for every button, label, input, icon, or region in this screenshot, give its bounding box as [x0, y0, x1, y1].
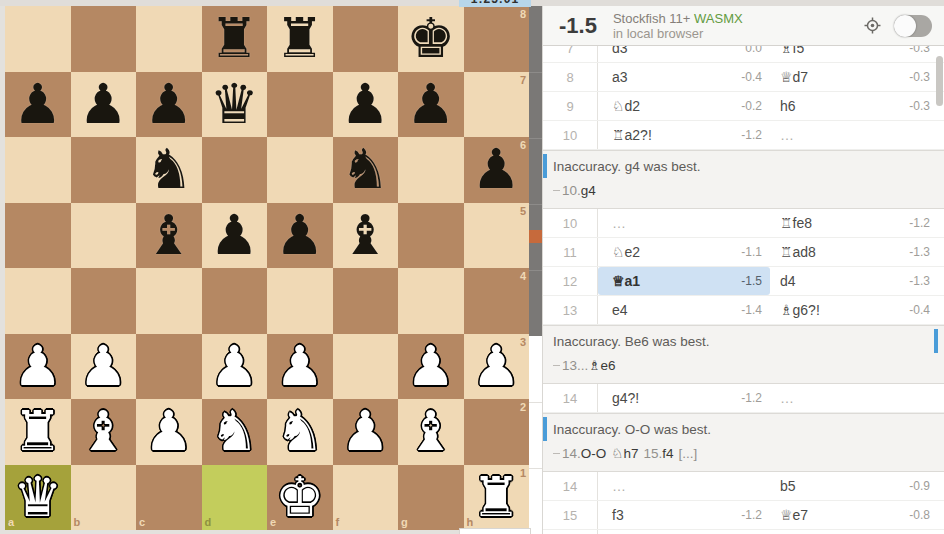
eval-gauge: [529, 6, 542, 534]
black-pawn[interactable]: ♟: [464, 137, 530, 203]
square-d3[interactable]: ♟: [202, 334, 268, 400]
gauge-tick: [529, 468, 542, 469]
square-b7[interactable]: ♟: [71, 72, 137, 138]
comment-accent-bar: [543, 154, 547, 178]
black-move-cell[interactable]: …: [770, 121, 944, 149]
move-row: 9♘d2-0.2h6-0.3: [543, 92, 944, 121]
black-pawn[interactable]: ♟: [202, 203, 268, 269]
square-d5[interactable]: ♟: [202, 203, 268, 269]
variation-move[interactable]: O-O: [581, 446, 607, 461]
square-h5[interactable]: 5: [464, 203, 530, 269]
file-label: b: [74, 517, 81, 528]
white-move-cell[interactable]: …: [598, 209, 770, 237]
variation-number: 13...: [562, 358, 588, 373]
engine-info: Stockfish 11+ WASMX in local browser: [613, 11, 864, 41]
black-move[interactable]: ♗g6?!: [780, 302, 903, 318]
comment-accent-bar: [934, 329, 938, 353]
move-row: 11♘e2-1.1♖ad8-1.3: [543, 238, 944, 267]
white-clock: [459, 528, 531, 534]
white-knight[interactable]: ♞: [202, 399, 268, 465]
black-move-cell[interactable]: ♗f5-0.3: [770, 46, 944, 62]
square-h3[interactable]: 3♟: [464, 334, 530, 400]
black-clock: 1:25:01: [459, 0, 531, 7]
white-move[interactable]: a3: [612, 69, 735, 85]
black-move-cell[interactable]: ♗g6?!-0.4: [770, 296, 944, 324]
black-move[interactable]: ♖ad8: [780, 244, 903, 260]
variation-line[interactable]: 13...♗e6: [553, 356, 934, 376]
move-number: 10: [543, 121, 598, 149]
black-pawn[interactable]: ♟: [398, 72, 464, 138]
eval-value: -1.3: [909, 245, 930, 259]
black-move-cell[interactable]: h6-0.3: [770, 92, 944, 120]
black-move-cell[interactable]: ♘h7-1.2: [770, 530, 944, 534]
eval-gauge-black-part: [529, 6, 542, 336]
square-g5[interactable]: [398, 203, 464, 269]
engine-bar: -1.5 Stockfish 11+ WASMX in local browse…: [543, 6, 944, 46]
white-pawn[interactable]: ♟: [333, 399, 399, 465]
eval-value: -0.2: [741, 99, 762, 113]
move-row: 14…b5-0.9: [543, 472, 944, 501]
move-number: 16: [543, 530, 598, 534]
square-g3[interactable]: ♟: [398, 334, 464, 400]
white-rook[interactable]: ♜: [5, 399, 71, 465]
black-move[interactable]: ♕d7: [780, 69, 903, 85]
square-g8[interactable]: ♚: [398, 6, 464, 72]
move-number: 8: [543, 63, 598, 91]
square-g7[interactable]: ♟: [398, 72, 464, 138]
black-king[interactable]: ♚: [398, 6, 464, 72]
move-row: 7d30.0♗f5-0.3: [543, 46, 944, 63]
black-move[interactable]: h6: [780, 98, 903, 114]
engine-name: Stockfish 11+: [613, 11, 690, 26]
move-row: 13e4-1.4♗g6?!-0.4: [543, 296, 944, 325]
black-clock-time: 1:25:01: [459, 0, 531, 6]
move-number: 14: [543, 472, 598, 500]
rank-label: 5: [520, 206, 526, 217]
scrollbar-thumb[interactable]: [936, 56, 943, 106]
white-move-cell[interactable]: …: [598, 472, 770, 500]
white-move-cell[interactable]: ♖a2?!-1.2: [598, 121, 770, 149]
black-bishop[interactable]: ♝: [333, 203, 399, 269]
square-b5[interactable]: [71, 203, 137, 269]
square-h2[interactable]: 2: [464, 399, 530, 465]
square-h6[interactable]: 6♟: [464, 137, 530, 203]
file-label: c: [139, 517, 145, 528]
file-label: g: [401, 517, 408, 528]
square-c8[interactable]: [136, 6, 202, 72]
square-c7[interactable]: ♟: [136, 72, 202, 138]
square-f1[interactable]: f: [333, 465, 399, 531]
square-b8[interactable]: [71, 6, 137, 72]
black-move-cell[interactable]: ♕e7-0.8: [770, 501, 944, 529]
square-f8[interactable]: [333, 6, 399, 72]
black-move-cell[interactable]: d4-1.3: [770, 267, 944, 295]
move-row: 8a3-0.4♕d7-0.3: [543, 63, 944, 92]
move-number: 15: [543, 501, 598, 529]
tree-dash: [553, 190, 560, 191]
comment-text: Inaccuracy. O-O was best.: [553, 420, 934, 440]
square-c1[interactable]: c: [136, 465, 202, 531]
eval-value: -1.2: [909, 216, 930, 230]
square-e3[interactable]: ♟: [267, 334, 333, 400]
white-king[interactable]: ♚: [267, 465, 333, 531]
square-g2[interactable]: ♝: [398, 399, 464, 465]
square-c5[interactable]: ♝: [136, 203, 202, 269]
square-c2[interactable]: ♟: [136, 399, 202, 465]
eval-value: -0.3: [909, 46, 930, 55]
square-e5[interactable]: ♟: [267, 203, 333, 269]
inaccuracy-comment: Inaccuracy. Be6 was best.13...♗e6: [543, 325, 944, 384]
gauge-tick: [529, 402, 542, 403]
gauge-tick: [529, 72, 542, 73]
white-move[interactable]: g4?!: [612, 390, 735, 406]
square-b2[interactable]: ♝: [71, 399, 137, 465]
white-move[interactable]: ♘e2: [612, 244, 735, 260]
eval-value: -1.2: [741, 391, 762, 405]
white-move[interactable]: e4: [612, 302, 735, 318]
black-move[interactable]: ♕e7: [780, 507, 903, 523]
comment-text: Inaccuracy. g4 was best.: [553, 157, 934, 177]
engine-toggle-knob[interactable]: [894, 15, 916, 37]
black-pawn[interactable]: ♟: [333, 72, 399, 138]
black-move[interactable]: …: [780, 127, 930, 143]
variation-move[interactable]: f4: [662, 446, 673, 461]
move-row: 12♕a1-1.5d4-1.3: [543, 267, 944, 296]
black-move[interactable]: d4: [780, 273, 903, 289]
white-move-cell[interactable]: e4-1.4: [598, 296, 770, 324]
square-g6[interactable]: [398, 137, 464, 203]
black-pawn[interactable]: ♟: [5, 72, 71, 138]
square-f5[interactable]: ♝: [333, 203, 399, 269]
white-move[interactable]: ♖a2?!: [612, 127, 735, 143]
white-move-cell[interactable]: ♘e2-1.1: [598, 238, 770, 266]
eval-value: -0.8: [909, 508, 930, 522]
square-a5[interactable]: [5, 203, 71, 269]
analysis-screen: 1:25:01 ♜♜♚8♟♟♟♛♟♟7♞♞6♟♝♟♟♝54♟♟♟♟♟3♟♜♝♟♞…: [0, 0, 944, 534]
square-b4[interactable]: [71, 268, 137, 334]
square-c6[interactable]: ♞: [136, 137, 202, 203]
variation-line[interactable]: 10.g4: [553, 181, 934, 201]
black-pawn[interactable]: ♟: [71, 72, 137, 138]
eval-value: -0.3: [909, 99, 930, 113]
chess-board[interactable]: ♜♜♚8♟♟♟♛♟♟7♞♞6♟♝♟♟♝54♟♟♟♟♟3♟♜♝♟♞♞♟♝2a♛bc…: [5, 6, 529, 530]
move-number: 7: [543, 46, 598, 62]
white-pawn[interactable]: ♟: [71, 334, 137, 400]
square-d6[interactable]: [202, 137, 268, 203]
variation-move[interactable]: ♘h7: [611, 446, 638, 461]
white-pawn[interactable]: ♟: [464, 334, 530, 400]
black-move[interactable]: b5: [780, 478, 903, 494]
variation-move[interactable]: ♗e6: [588, 358, 615, 373]
variation-number: [...]: [678, 446, 697, 461]
black-move-cell[interactable]: ♖ad8-1.3: [770, 238, 944, 266]
white-move[interactable]: ♘d2: [612, 98, 735, 114]
square-g1[interactable]: g: [398, 465, 464, 531]
white-bishop[interactable]: ♝: [398, 399, 464, 465]
black-pawn[interactable]: ♟: [136, 72, 202, 138]
square-b1[interactable]: b: [71, 465, 137, 531]
white-rook[interactable]: ♜: [464, 465, 530, 531]
variation-move[interactable]: g4: [581, 183, 596, 198]
eval-value: -1.4: [741, 303, 762, 317]
move-row: 14g4?!-1.2…: [543, 384, 944, 413]
move-row: 16♘g3-1.2♘h7-1.2: [543, 530, 944, 534]
square-e8[interactable]: ♜: [267, 6, 333, 72]
rank-label: 4: [520, 271, 526, 282]
white-move-cell[interactable]: g4?!-1.2: [598, 384, 770, 412]
eval-value: -1.2: [741, 128, 762, 142]
black-bishop[interactable]: ♝: [136, 203, 202, 269]
square-c4[interactable]: [136, 268, 202, 334]
black-move[interactable]: …: [780, 390, 930, 406]
white-move-cell[interactable]: a3-0.4: [598, 63, 770, 91]
eval-value: 0.0: [745, 46, 762, 55]
square-c3[interactable]: [136, 334, 202, 400]
white-move-cell[interactable]: ♘d2-0.2: [598, 92, 770, 120]
eval-value: -0.4: [909, 303, 930, 317]
white-move[interactable]: ♕a1: [612, 273, 735, 289]
eval-value: -1.3: [909, 274, 930, 288]
white-move[interactable]: f3: [612, 507, 735, 523]
white-pawn[interactable]: ♟: [5, 334, 71, 400]
white-pawn[interactable]: ♟: [398, 334, 464, 400]
square-e2[interactable]: ♞: [267, 399, 333, 465]
engine-location: in local browser: [613, 26, 864, 41]
tree-dash: [553, 365, 560, 366]
white-queen[interactable]: ♛: [5, 465, 71, 531]
white-move[interactable]: d3: [612, 46, 739, 56]
black-queen[interactable]: ♛: [202, 72, 268, 138]
practice-target-icon[interactable]: [864, 17, 882, 35]
square-a2[interactable]: ♜: [5, 399, 71, 465]
white-bishop[interactable]: ♝: [71, 399, 137, 465]
white-move[interactable]: …: [612, 478, 762, 494]
black-rook[interactable]: ♜: [202, 6, 268, 72]
black-move-cell[interactable]: b5-0.9: [770, 472, 944, 500]
gauge-tick: [529, 138, 542, 139]
black-pawn[interactable]: ♟: [267, 203, 333, 269]
white-pawn[interactable]: ♟: [202, 334, 268, 400]
black-move-cell[interactable]: ♕d7-0.3: [770, 63, 944, 91]
move-number: 11: [543, 238, 598, 266]
move-row: 10♖a2?!-1.2…: [543, 121, 944, 150]
square-a6[interactable]: [5, 137, 71, 203]
eval-value: -0.3: [909, 70, 930, 84]
square-d7[interactable]: ♛: [202, 72, 268, 138]
square-a7[interactable]: ♟: [5, 72, 71, 138]
square-f4[interactable]: [333, 268, 399, 334]
black-move-cell[interactable]: …: [770, 384, 944, 412]
black-knight[interactable]: ♞: [136, 137, 202, 203]
white-move-cell[interactable]: ♘g3-1.2: [598, 530, 770, 534]
square-d8[interactable]: ♜: [202, 6, 268, 72]
move-number: 14: [543, 384, 598, 412]
move-row: 10…♖fe8-1.2: [543, 209, 944, 238]
black-move-cell[interactable]: ♖fe8-1.2: [770, 209, 944, 237]
square-f6[interactable]: ♞: [333, 137, 399, 203]
square-d2[interactable]: ♞: [202, 399, 268, 465]
square-e1[interactable]: e♚: [267, 465, 333, 531]
analysis-panel: -1.5 Stockfish 11+ WASMX in local browse…: [542, 6, 944, 534]
square-e7[interactable]: [267, 72, 333, 138]
square-h1[interactable]: h1♜: [464, 465, 530, 531]
square-b3[interactable]: ♟: [71, 334, 137, 400]
white-pawn[interactable]: ♟: [136, 399, 202, 465]
square-g4[interactable]: [398, 268, 464, 334]
move-number: 9: [543, 92, 598, 120]
file-label: f: [336, 517, 340, 528]
square-d1[interactable]: d: [202, 465, 268, 531]
eval-gauge-marker: [529, 230, 542, 243]
inaccuracy-comment: Inaccuracy. g4 was best.10.g4: [543, 150, 944, 209]
square-d4[interactable]: [202, 268, 268, 334]
rank-label: 7: [520, 75, 526, 86]
move-number: 13: [543, 296, 598, 324]
comment-text: Inaccuracy. Be6 was best.: [553, 332, 934, 352]
white-move-cell[interactable]: d30.0: [598, 46, 770, 62]
square-f7[interactable]: ♟: [333, 72, 399, 138]
black-move[interactable]: ♖fe8: [780, 215, 903, 231]
square-e6[interactable]: [267, 137, 333, 203]
gauge-tick: [529, 270, 542, 271]
tree-dash: [553, 453, 560, 454]
white-knight[interactable]: ♞: [267, 399, 333, 465]
file-label: d: [205, 517, 212, 528]
eval-value: -0.4: [741, 70, 762, 84]
square-h7[interactable]: 7: [464, 72, 530, 138]
move-row: 15f3-1.2♕e7-0.8: [543, 501, 944, 530]
move-number: 10: [543, 209, 598, 237]
rank-label: 8: [520, 9, 526, 20]
variation-number: 14.: [562, 446, 581, 461]
variation-number: 10.: [562, 183, 581, 198]
square-e4[interactable]: [267, 268, 333, 334]
eval-value: -1.1: [741, 245, 762, 259]
black-move[interactable]: ♗f5: [780, 46, 903, 56]
eval-value: -0.9: [909, 479, 930, 493]
eval-value: -1.2: [741, 508, 762, 522]
engine-eval: -1.5: [559, 13, 597, 39]
engine-toggle[interactable]: [894, 15, 932, 37]
square-a8[interactable]: [5, 6, 71, 72]
square-f3[interactable]: [333, 334, 399, 400]
square-b6[interactable]: [71, 137, 137, 203]
black-knight[interactable]: ♞: [333, 137, 399, 203]
inaccuracy-comment: Inaccuracy. O-O was best.14.O-O♘h715.f4[…: [543, 413, 944, 472]
square-h8[interactable]: 8: [464, 6, 530, 72]
engine-tech: WASMX: [694, 11, 743, 26]
move-list: 7d30.0♗f5-0.38a3-0.4♕d7-0.39♘d2-0.2h6-0.…: [543, 46, 944, 534]
square-f2[interactable]: ♟: [333, 399, 399, 465]
white-move-cell[interactable]: f3-1.2: [598, 501, 770, 529]
eval-value: -1.5: [741, 274, 762, 288]
variation-number: 15.: [643, 446, 662, 461]
square-a3[interactable]: ♟: [5, 334, 71, 400]
gauge-tick: [529, 204, 542, 205]
variation-line[interactable]: 14.O-O♘h715.f4[...]: [553, 444, 934, 464]
rank-label: 2: [520, 402, 526, 413]
white-pawn[interactable]: ♟: [267, 334, 333, 400]
black-rook[interactable]: ♜: [267, 6, 333, 72]
comment-accent-bar: [543, 417, 547, 441]
square-a4[interactable]: [5, 268, 71, 334]
square-h4[interactable]: 4: [464, 268, 530, 334]
move-number: 12: [543, 267, 598, 295]
white-move-cell[interactable]: ♕a1-1.5: [598, 267, 770, 295]
square-a1[interactable]: a♛: [5, 465, 71, 531]
white-move[interactable]: …: [612, 215, 762, 231]
